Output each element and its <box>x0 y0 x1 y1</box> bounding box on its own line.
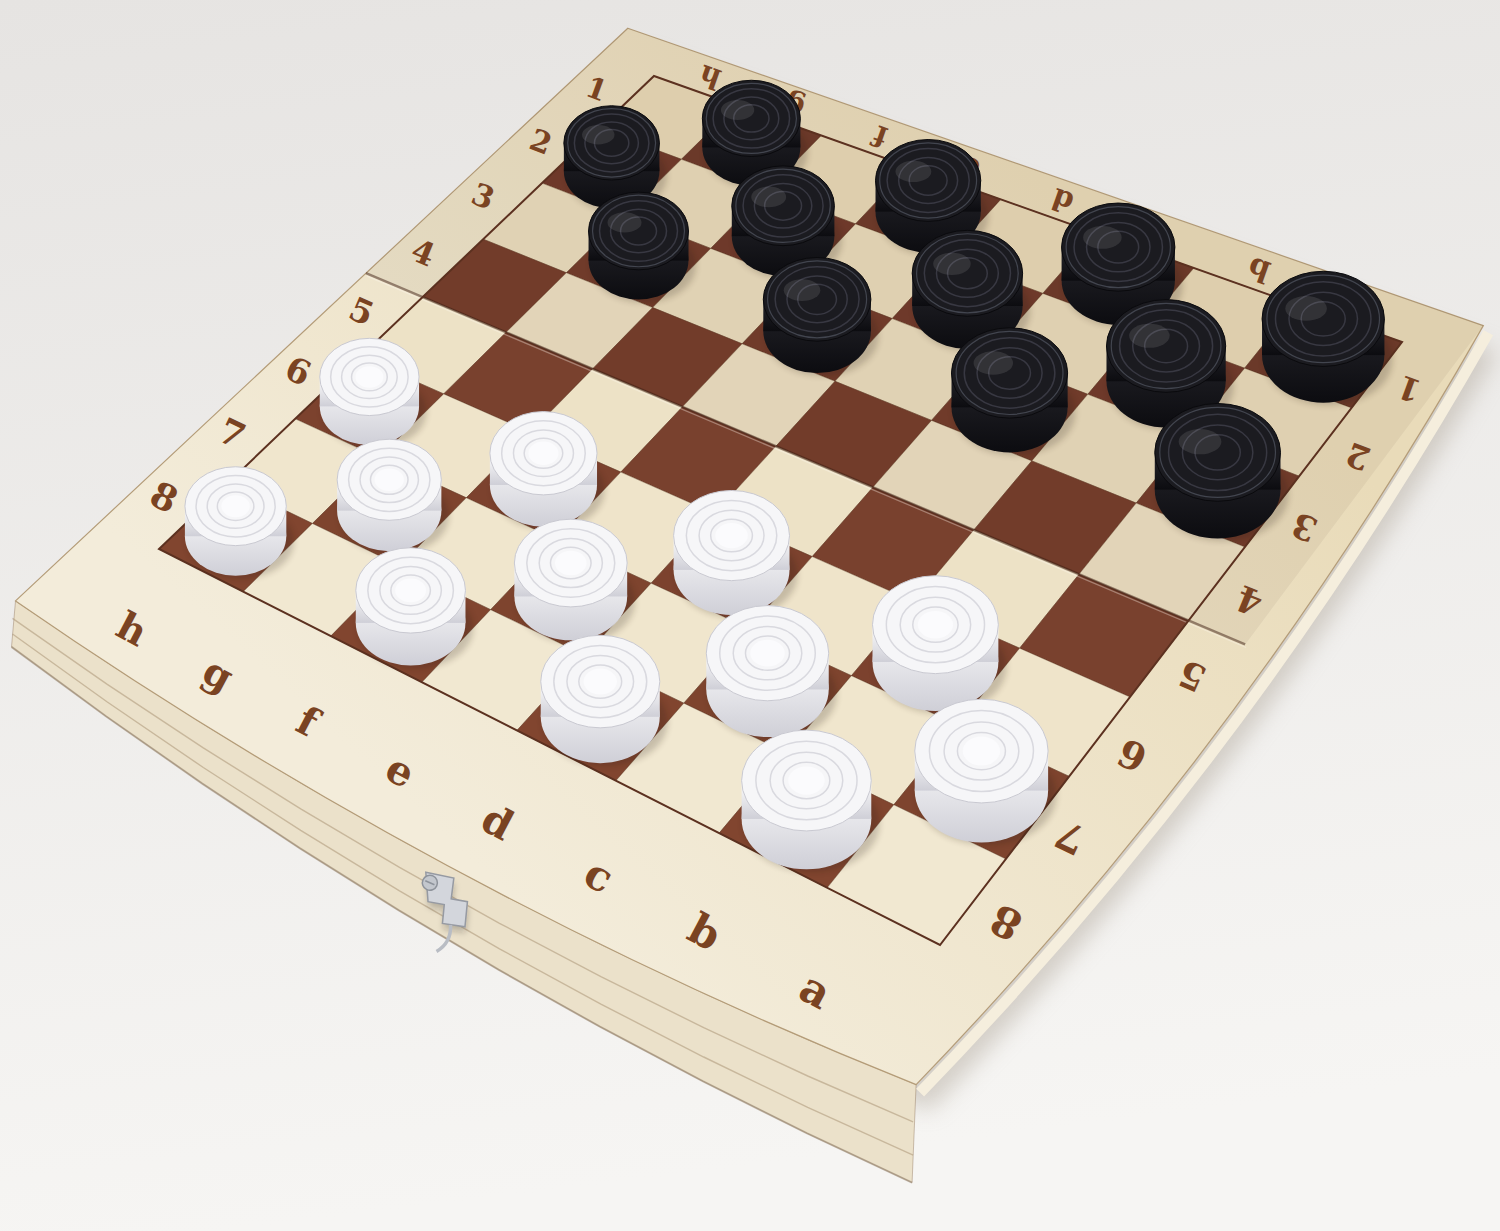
white-checker-f6[interactable] <box>490 412 605 530</box>
piece-top-face <box>732 166 835 246</box>
white-checker-h8[interactable] <box>185 467 294 579</box>
piece-center-plateau <box>788 766 824 794</box>
piece-gloss-highlight <box>1179 429 1222 454</box>
white-checker-d6[interactable] <box>674 490 798 617</box>
piece-center-plateau <box>395 578 426 602</box>
piece-center-plateau <box>221 495 249 517</box>
piece-top-face <box>564 106 660 180</box>
white-checker-h6[interactable] <box>320 338 427 448</box>
piece-gloss-highlight <box>1129 324 1170 348</box>
black-checker-e3[interactable] <box>763 258 878 376</box>
piece-center-plateau <box>918 611 953 638</box>
piece-top-face <box>876 140 981 222</box>
piece-center-plateau <box>750 640 784 667</box>
piece-center-plateau <box>555 551 587 576</box>
piece-top-face <box>1106 300 1225 393</box>
piece-gloss-highlight <box>784 279 821 301</box>
white-checker-e7[interactable] <box>514 519 635 643</box>
piece-gloss-highlight <box>974 351 1013 374</box>
piece-center-plateau <box>715 523 747 548</box>
piece-gloss-highlight <box>608 212 642 232</box>
piece-center-plateau <box>963 737 1000 766</box>
piece-center-plateau <box>584 669 617 695</box>
piece-top-face <box>702 80 800 156</box>
piece-center-plateau <box>528 442 558 465</box>
black-checker-a3[interactable] <box>1155 403 1289 541</box>
black-checker-g3[interactable] <box>589 192 696 302</box>
piece-top-face <box>1262 271 1384 366</box>
piece-gloss-highlight <box>896 161 932 182</box>
black-checker-a1[interactable] <box>1262 271 1392 405</box>
white-checker-c7[interactable] <box>706 606 837 740</box>
white-checker-f8[interactable] <box>356 548 473 669</box>
white-checker-g7[interactable] <box>337 439 449 554</box>
piece-top-face <box>1062 203 1175 291</box>
piece-top-face <box>1155 403 1281 501</box>
white-checker-d8[interactable] <box>541 635 668 766</box>
white-checker-a7[interactable] <box>915 699 1057 845</box>
piece-gloss-highlight <box>582 125 614 144</box>
photo-scene: 1234567812345678hgfedcbahgfedcba <box>0 0 1500 1231</box>
piece-gloss-highlight <box>1285 296 1327 321</box>
piece-gloss-highlight <box>721 100 754 120</box>
checkers-board-photo: 1234567812345678hgfedcbahgfedcba <box>0 0 1500 1231</box>
piece-top-face <box>589 192 689 270</box>
piece-gloss-highlight <box>1083 226 1122 249</box>
black-checker-c3[interactable] <box>951 328 1075 455</box>
white-checker-b8[interactable] <box>742 730 880 872</box>
piece-center-plateau <box>355 366 383 388</box>
piece-top-face <box>951 328 1067 418</box>
piece-center-plateau <box>375 468 404 491</box>
piece-gloss-highlight <box>751 187 786 208</box>
piece-top-face <box>912 230 1022 316</box>
piece-top-face <box>763 258 871 342</box>
piece-gloss-highlight <box>933 253 971 275</box>
white-checker-b6[interactable] <box>872 576 1006 714</box>
